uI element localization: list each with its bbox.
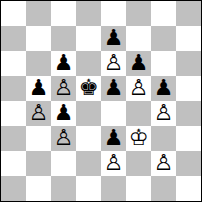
- square-b8[interactable]: [26, 1, 51, 26]
- white-pawn: ♙: [54, 126, 74, 150]
- square-e1[interactable]: [101, 176, 126, 201]
- square-d1[interactable]: [76, 176, 101, 201]
- square-c6[interactable]: ♟: [51, 51, 76, 76]
- square-g2[interactable]: ♙: [151, 151, 176, 176]
- square-h2[interactable]: [176, 151, 201, 176]
- square-g7[interactable]: [151, 26, 176, 51]
- square-g3[interactable]: [151, 126, 176, 151]
- square-c8[interactable]: [51, 1, 76, 26]
- square-a7[interactable]: [1, 26, 26, 51]
- square-g5[interactable]: ♟: [151, 76, 176, 101]
- black-pawn: ♟: [29, 76, 49, 100]
- square-g6[interactable]: [151, 51, 176, 76]
- square-f7[interactable]: [126, 26, 151, 51]
- white-pawn: ♙: [29, 101, 49, 125]
- square-a3[interactable]: [1, 126, 26, 151]
- black-pawn: ♟: [104, 126, 124, 150]
- square-h7[interactable]: [176, 26, 201, 51]
- square-f3[interactable]: ♔: [126, 126, 151, 151]
- square-e3[interactable]: ♟: [101, 126, 126, 151]
- square-d2[interactable]: [76, 151, 101, 176]
- square-f5[interactable]: ♙: [126, 76, 151, 101]
- square-d5[interactable]: ♚: [76, 76, 101, 101]
- black-king: ♚: [79, 76, 99, 100]
- white-pawn: ♙: [54, 76, 74, 100]
- square-h1[interactable]: [176, 176, 201, 201]
- square-e6[interactable]: ♙: [101, 51, 126, 76]
- black-pawn: ♟: [104, 76, 124, 100]
- square-h8[interactable]: [176, 1, 201, 26]
- square-c2[interactable]: [51, 151, 76, 176]
- square-e7[interactable]: ♟: [101, 26, 126, 51]
- square-a5[interactable]: [1, 76, 26, 101]
- black-pawn: ♟: [129, 51, 149, 75]
- white-pawn: ♙: [104, 51, 124, 75]
- square-c1[interactable]: [51, 176, 76, 201]
- white-king: ♔: [129, 126, 149, 150]
- square-f1[interactable]: [126, 176, 151, 201]
- square-b3[interactable]: [26, 126, 51, 151]
- white-pawn: ♙: [129, 76, 149, 100]
- square-f8[interactable]: [126, 1, 151, 26]
- square-h3[interactable]: [176, 126, 201, 151]
- square-d4[interactable]: [76, 101, 101, 126]
- square-f4[interactable]: [126, 101, 151, 126]
- white-pawn: ♙: [154, 151, 174, 175]
- square-h4[interactable]: [176, 101, 201, 126]
- square-a4[interactable]: [1, 101, 26, 126]
- square-e4[interactable]: [101, 101, 126, 126]
- square-c4[interactable]: ♟: [51, 101, 76, 126]
- black-pawn: ♟: [54, 101, 74, 125]
- square-f2[interactable]: [126, 151, 151, 176]
- square-a2[interactable]: [1, 151, 26, 176]
- black-pawn: ♟: [154, 76, 174, 100]
- chess-diagram: ♟♟♙♟♟♙♚♟♙♟♙♟♙♙♟♔♙♙: [0, 0, 202, 202]
- white-pawn: ♙: [104, 151, 124, 175]
- black-pawn: ♟: [104, 26, 124, 50]
- square-h6[interactable]: [176, 51, 201, 76]
- black-pawn: ♟: [54, 51, 74, 75]
- square-c3[interactable]: ♙: [51, 126, 76, 151]
- square-a6[interactable]: [1, 51, 26, 76]
- square-e2[interactable]: ♙: [101, 151, 126, 176]
- square-f6[interactable]: ♟: [126, 51, 151, 76]
- square-c5[interactable]: ♙: [51, 76, 76, 101]
- square-b4[interactable]: ♙: [26, 101, 51, 126]
- square-c7[interactable]: [51, 26, 76, 51]
- square-b7[interactable]: [26, 26, 51, 51]
- square-b1[interactable]: [26, 176, 51, 201]
- square-d7[interactable]: [76, 26, 101, 51]
- square-d3[interactable]: [76, 126, 101, 151]
- square-d8[interactable]: [76, 1, 101, 26]
- white-pawn: ♙: [154, 101, 174, 125]
- square-b2[interactable]: [26, 151, 51, 176]
- square-a1[interactable]: [1, 176, 26, 201]
- square-b5[interactable]: ♟: [26, 76, 51, 101]
- square-e5[interactable]: ♟: [101, 76, 126, 101]
- square-g4[interactable]: ♙: [151, 101, 176, 126]
- square-g8[interactable]: [151, 1, 176, 26]
- square-h5[interactable]: [176, 76, 201, 101]
- square-d6[interactable]: [76, 51, 101, 76]
- square-a8[interactable]: [1, 1, 26, 26]
- square-b6[interactable]: [26, 51, 51, 76]
- square-e8[interactable]: [101, 1, 126, 26]
- chess-board: ♟♟♙♟♟♙♚♟♙♟♙♟♙♙♟♔♙♙: [0, 0, 202, 202]
- square-g1[interactable]: [151, 176, 176, 201]
